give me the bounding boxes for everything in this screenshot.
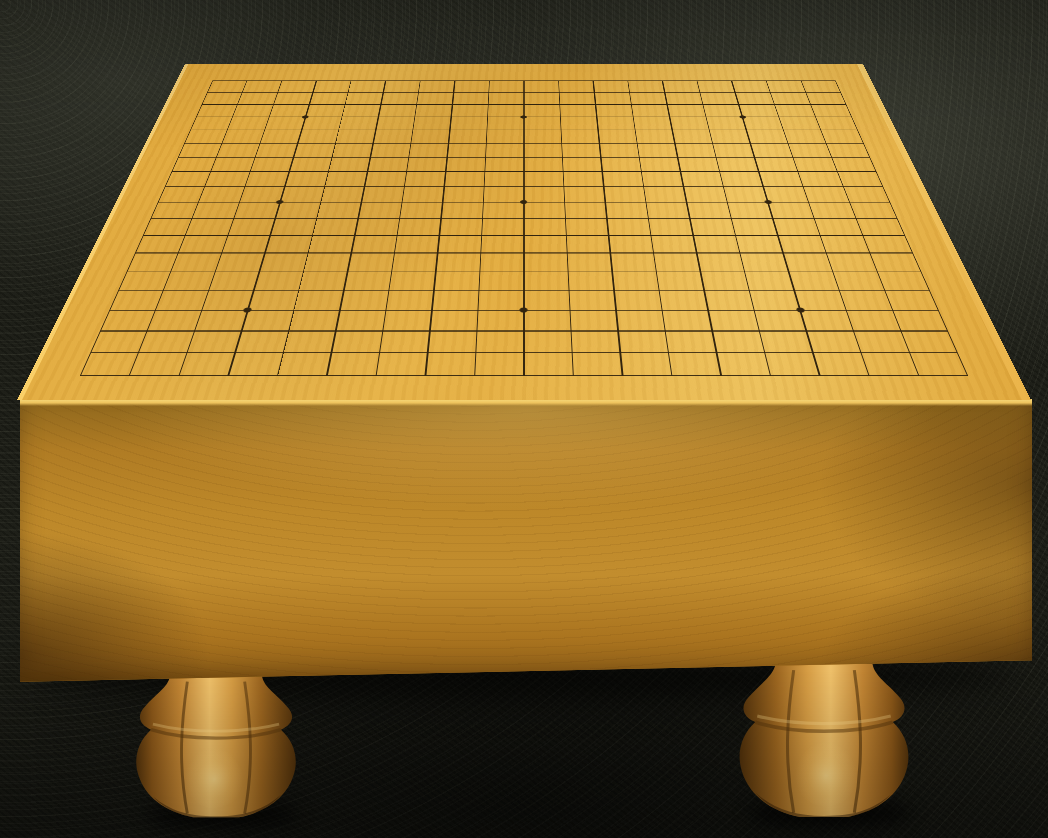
intersection-P16	[686, 111, 726, 124]
intersection-E19	[332, 75, 369, 87]
intersection-B15	[206, 123, 248, 136]
intersection-D15	[281, 123, 322, 136]
intersection-R13	[771, 150, 814, 164]
intersection-S6	[851, 262, 903, 281]
intersection-L19	[541, 75, 576, 87]
intersection-P3	[734, 320, 786, 341]
intersection-F3	[310, 320, 361, 341]
intersection-F15	[356, 123, 396, 136]
intersection-R10	[786, 194, 832, 210]
star-point	[764, 200, 772, 204]
intersection-Q4	[775, 300, 827, 320]
intersection-G6	[368, 262, 415, 281]
intersection-M14	[580, 137, 619, 151]
intersection-G15	[393, 123, 432, 136]
star-point	[520, 308, 528, 313]
intersection-J19	[472, 75, 507, 87]
intersection-B11	[182, 179, 228, 194]
intersection-T11	[860, 179, 907, 194]
intersection-H18	[435, 86, 471, 98]
intersection-F4	[314, 300, 364, 320]
intersection-K4	[501, 300, 548, 320]
intersection-R16	[759, 111, 800, 124]
intersection-J9	[461, 210, 503, 227]
intersection-S14	[804, 137, 847, 151]
intersection-H13	[427, 150, 467, 164]
intersection-N3	[640, 320, 690, 341]
intersection-S12	[815, 164, 860, 179]
intersection-J13	[466, 150, 505, 164]
intersection-E15	[318, 123, 358, 136]
intersection-J12	[465, 164, 505, 179]
intersection-C15	[244, 123, 286, 136]
intersection-E8	[289, 227, 336, 244]
intersection-Q16	[723, 111, 763, 124]
intersection-R2	[834, 342, 890, 364]
intersection-F17	[362, 98, 400, 110]
intersection-Q11	[741, 179, 785, 194]
right-leg	[733, 664, 915, 822]
intersection-R15	[763, 123, 805, 136]
intersection-K2	[500, 342, 549, 364]
intersection-C14	[238, 137, 281, 151]
intersection-D8	[246, 227, 293, 244]
intersection-E18	[329, 86, 367, 98]
intersection-H7	[415, 244, 460, 262]
intersection-D14	[277, 137, 319, 151]
intersection-M18	[576, 86, 612, 98]
intersection-M9	[586, 210, 629, 227]
intersection-L18	[541, 86, 577, 98]
intersection-F12	[346, 164, 388, 179]
intersection-O13	[657, 150, 698, 164]
intersection-S19	[781, 75, 820, 87]
intersection-F7	[328, 244, 375, 262]
intersection-S9	[832, 210, 880, 227]
intersection-L16	[542, 111, 579, 124]
intersection-S15	[800, 123, 842, 136]
intersection-R8	[796, 227, 844, 244]
intersection-N18	[611, 86, 648, 98]
intersection-O6	[677, 262, 725, 281]
intersection-B1	[100, 364, 159, 387]
intersection-T13	[848, 150, 893, 164]
intersection-L8	[545, 227, 588, 244]
intersection-B18	[222, 86, 262, 98]
intersection-L7	[545, 244, 589, 262]
intersection-J4	[454, 300, 501, 320]
intersection-H4	[408, 300, 456, 320]
intersection-S13	[810, 150, 854, 164]
intersection-P17	[684, 98, 723, 110]
intersection-G5	[365, 281, 413, 300]
intersection-D1	[200, 364, 256, 387]
intersection-J11	[464, 179, 505, 194]
intersection-G17	[398, 98, 436, 110]
intersection-N9	[627, 210, 671, 227]
intersection-A18	[187, 86, 228, 98]
intersection-S16	[795, 111, 837, 124]
intersection-A10	[134, 194, 182, 210]
intersection-B19	[227, 75, 266, 87]
intersection-K1	[499, 364, 549, 387]
intersection-D13	[272, 150, 315, 164]
intersection-A15	[169, 123, 212, 136]
goban-photo-scene	[0, 0, 1048, 838]
intersection-M2	[595, 342, 645, 364]
board-top-perspective-wrap	[17, 0, 1031, 400]
leg-front-lobe-highlight	[180, 733, 249, 808]
intersection-S7	[845, 244, 895, 262]
intersection-F16	[359, 111, 398, 124]
intersection-O4	[683, 300, 733, 320]
intersection-D3	[214, 320, 267, 341]
intersection-H9	[419, 210, 462, 227]
intersection-F18	[364, 86, 402, 98]
intersection-C2	[158, 342, 214, 364]
intersection-N16	[614, 111, 652, 124]
intersection-M15	[579, 123, 617, 136]
intersection-B16	[212, 111, 254, 124]
intersection-H1	[399, 364, 451, 387]
intersection-K12	[504, 164, 544, 179]
intersection-N5	[635, 281, 683, 300]
intersection-G1	[349, 364, 402, 387]
intersection-H17	[434, 98, 471, 110]
intersection-H14	[429, 137, 468, 151]
intersection-F5	[319, 281, 368, 300]
intersection-B4	[128, 300, 182, 320]
intersection-E13	[311, 150, 353, 164]
intersection-L5	[546, 281, 592, 300]
star-point	[520, 200, 527, 204]
intersection-R3	[827, 320, 882, 341]
intersection-O17	[648, 98, 686, 110]
intersection-Q5	[769, 281, 820, 300]
intersection-T16	[831, 111, 873, 124]
intersection-E4	[268, 300, 319, 320]
intersection-J15	[468, 123, 506, 136]
intersection-F2	[305, 342, 358, 364]
intersection-S8	[838, 227, 887, 244]
intersection-S18	[786, 86, 826, 98]
intersection-G19	[402, 75, 438, 87]
intersection-R18	[751, 86, 790, 98]
intersection-T3	[920, 320, 977, 341]
intersection-P19	[678, 75, 715, 87]
intersection-R12	[776, 164, 820, 179]
intersection-Q18	[716, 86, 755, 98]
intersection-C18	[258, 86, 297, 98]
intersection-G8	[374, 227, 419, 244]
intersection-E14	[315, 137, 356, 151]
intersection-L6	[546, 262, 591, 281]
star-point	[795, 308, 805, 313]
intersection-R1	[841, 364, 898, 387]
intersection-O9	[668, 210, 713, 227]
intersection-J6	[457, 262, 502, 281]
intersection-R6	[808, 262, 859, 281]
intersection-T17	[826, 98, 867, 110]
intersection-T19	[816, 75, 856, 87]
intersection-N6	[633, 262, 680, 281]
intersection-M13	[581, 150, 621, 164]
intersection-C4	[175, 300, 228, 320]
intersection-B6	[145, 262, 197, 281]
intersection-H16	[432, 111, 470, 124]
intersection-G10	[380, 194, 423, 210]
intersection-M3	[594, 320, 643, 341]
intersection-Q3	[780, 320, 833, 341]
intersection-B8	[161, 227, 210, 244]
intersection-Q17	[719, 98, 758, 110]
intersection-L3	[547, 320, 595, 341]
intersection-P5	[725, 281, 775, 300]
intersection-Q14	[730, 137, 772, 151]
intersection-L15	[542, 123, 580, 136]
intersection-G7	[371, 244, 417, 262]
intersection-N4	[638, 300, 687, 320]
intersection-N1	[646, 364, 699, 387]
intersection-T12	[854, 164, 900, 179]
leg-front-lobe-highlight	[790, 725, 863, 807]
intersection-N8	[629, 227, 674, 244]
intersection-O8	[671, 227, 717, 244]
intersection-N14	[617, 137, 657, 151]
intersection-T6	[895, 262, 947, 281]
intersection-D5	[228, 281, 279, 300]
intersection-O11	[662, 179, 705, 194]
intersection-N17	[613, 98, 651, 110]
intersection-H3	[405, 320, 454, 341]
intersection-C1	[150, 364, 207, 387]
intersection-B13	[194, 150, 238, 164]
intersection-L13	[543, 150, 582, 164]
intersection-Q12	[737, 164, 781, 179]
board-front-face	[20, 399, 1032, 683]
intersection-Q15	[726, 123, 767, 136]
intersection-R4	[820, 300, 873, 320]
intersection-O12	[660, 164, 702, 179]
intersection-C16	[248, 111, 289, 124]
intersection-E1	[250, 364, 305, 387]
intersection-M19	[575, 75, 611, 87]
intersection-K17	[506, 98, 542, 110]
intersection-R14	[767, 137, 810, 151]
intersection-H12	[425, 164, 466, 179]
intersection-F6	[323, 262, 371, 281]
intersection-Q6	[764, 262, 814, 281]
intersection-H11	[423, 179, 464, 194]
intersection-B3	[119, 320, 175, 341]
intersection-H19	[437, 75, 473, 87]
intersection-C9	[210, 210, 257, 227]
intersection-N11	[623, 179, 665, 194]
intersection-E12	[307, 164, 350, 179]
intersection-T18	[821, 86, 862, 98]
intersection-E17	[325, 98, 364, 110]
intersection-S10	[826, 194, 873, 210]
intersection-G2	[353, 342, 405, 364]
intersection-G9	[377, 210, 421, 227]
intersection-B2	[110, 342, 167, 364]
intersection-T8	[880, 227, 930, 244]
intersection-S11	[820, 179, 866, 194]
intersection-D9	[252, 210, 298, 227]
intersection-K16	[506, 111, 543, 124]
intersection-L9	[545, 210, 587, 227]
left-leg	[130, 676, 302, 822]
intersection-L4	[547, 300, 594, 320]
intersection-R19	[747, 75, 786, 87]
intersection-R11	[781, 179, 826, 194]
intersection-T5	[903, 281, 957, 300]
intersection-O15	[653, 123, 693, 136]
intersection-T2	[929, 342, 987, 364]
intersection-M1	[597, 364, 649, 387]
intersection-D18	[293, 86, 332, 98]
intersection-D10	[257, 194, 302, 210]
intersection-P12	[699, 164, 742, 179]
intersection-B10	[175, 194, 222, 210]
intersection-E9	[294, 210, 340, 227]
intersection-M10	[584, 194, 626, 210]
intersection-K8	[503, 227, 546, 244]
intersection-F13	[349, 150, 390, 164]
intersection-P10	[705, 194, 750, 210]
intersection-J16	[469, 111, 506, 124]
intersection-K9	[503, 210, 545, 227]
intersection-C13	[233, 150, 276, 164]
intersection-N19	[610, 75, 646, 87]
intersection-L14	[543, 137, 581, 151]
intersection-K11	[504, 179, 544, 194]
intersection-B7	[153, 244, 203, 262]
intersection-B5	[137, 281, 190, 300]
intersection-Q13	[733, 150, 776, 164]
intersection-M12	[582, 164, 623, 179]
intersection-G16	[395, 111, 433, 124]
intersection-P6	[720, 262, 769, 281]
intersection-N7	[631, 244, 677, 262]
intersection-F19	[367, 75, 404, 87]
board-top-surface	[17, 64, 1031, 400]
intersection-N2	[643, 342, 695, 364]
intersection-O5	[680, 281, 729, 300]
intersection-N13	[619, 150, 660, 164]
star-point	[521, 115, 528, 118]
intersection-H2	[402, 342, 452, 364]
intersection-O16	[650, 111, 689, 124]
intersection-Q10	[746, 194, 791, 210]
intersection-N10	[625, 194, 668, 210]
intersection-G12	[386, 164, 427, 179]
intersection-M8	[587, 227, 631, 244]
intersection-R17	[755, 98, 795, 110]
intersection-T14	[842, 137, 886, 151]
intersection-F11	[343, 179, 386, 194]
intersection-J5	[456, 281, 502, 300]
intersection-C6	[190, 262, 241, 281]
intersection-P11	[702, 179, 746, 194]
intersection-T7	[887, 244, 938, 262]
intersection-C12	[228, 164, 272, 179]
intersection-G18	[400, 86, 437, 98]
intersection-R7	[802, 244, 851, 262]
intersection-D16	[285, 111, 325, 124]
intersection-E10	[298, 194, 343, 210]
intersection-M17	[577, 98, 614, 110]
intersection-J18	[471, 86, 507, 98]
intersection-P18	[681, 86, 719, 98]
intersection-N12	[621, 164, 662, 179]
intersection-H6	[413, 262, 459, 281]
intersection-S17	[790, 98, 831, 110]
intersection-T9	[873, 210, 922, 227]
intersection-D17	[289, 98, 328, 110]
intersection-D4	[221, 300, 273, 320]
intersection-D12	[267, 164, 311, 179]
intersection-O2	[691, 342, 744, 364]
intersection-N15	[616, 123, 655, 136]
intersection-B17	[217, 98, 258, 110]
intersection-O19	[644, 75, 681, 87]
intersection-C3	[167, 320, 222, 341]
intersection-J10	[462, 194, 503, 210]
intersection-M16	[578, 111, 616, 124]
intersection-Q19	[713, 75, 751, 87]
intersection-P4	[729, 300, 780, 320]
intersection-O10	[665, 194, 709, 210]
intersection-O7	[674, 244, 721, 262]
intersection-D19	[297, 75, 335, 87]
intersection-O14	[655, 137, 695, 151]
goban-grid	[50, 75, 998, 388]
intersection-C5	[182, 281, 234, 300]
intersection-K14	[505, 137, 543, 151]
intersection-A16	[175, 111, 217, 124]
intersection-Q2	[786, 342, 841, 364]
intersection-F1	[299, 364, 353, 387]
intersection-J17	[470, 98, 506, 110]
intersection-Q1	[792, 364, 848, 387]
intersection-K5	[501, 281, 547, 300]
intersection-O18	[646, 86, 684, 98]
intersection-P7	[716, 244, 764, 262]
intersection-H8	[417, 227, 461, 244]
intersection-P13	[695, 150, 737, 164]
intersection-J7	[459, 244, 503, 262]
intersection-K3	[500, 320, 548, 341]
intersection-B12	[188, 164, 233, 179]
intersection-A11	[141, 179, 188, 194]
intersection-L17	[542, 98, 578, 110]
intersection-G4	[361, 300, 410, 320]
intersection-A17	[181, 98, 222, 110]
intersection-K18	[506, 86, 541, 98]
intersection-G14	[391, 137, 431, 151]
intersection-K13	[505, 150, 544, 164]
intersection-R9	[791, 210, 838, 227]
intersection-F10	[339, 194, 383, 210]
intersection-P9	[709, 210, 755, 227]
intersection-D6	[234, 262, 284, 281]
intersection-A19	[192, 75, 232, 87]
intersection-T1	[938, 364, 998, 387]
intersection-P15	[689, 123, 729, 136]
intersection-F9	[335, 210, 380, 227]
intersection-J8	[460, 227, 503, 244]
